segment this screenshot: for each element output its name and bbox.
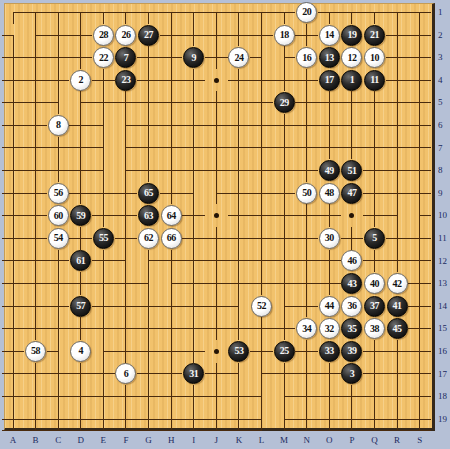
intersection-K9[interactable] <box>295 227 318 250</box>
intersection-R9[interactable] <box>92 250 115 273</box>
row-label-7: 7 <box>438 137 450 160</box>
intersection-M15[interactable] <box>115 408 138 431</box>
intersection-Q13[interactable] <box>160 363 183 386</box>
intersection-C5[interactable] <box>160 114 183 137</box>
intersection-O11[interactable] <box>137 295 160 318</box>
intersection-B5[interactable] <box>137 114 160 137</box>
intersection-B12[interactable] <box>295 295 318 318</box>
intersection-N7[interactable] <box>24 182 47 205</box>
intersection-J5[interactable] <box>318 114 341 137</box>
intersection-L2[interactable] <box>2 46 25 69</box>
intersection-S15[interactable] <box>250 408 273 431</box>
intersection-N3[interactable] <box>295 69 318 92</box>
intersection-D3[interactable] <box>2 69 25 92</box>
intersection-S7[interactable] <box>182 182 205 205</box>
intersection-P9[interactable] <box>24 250 47 273</box>
intersection-B11[interactable] <box>182 272 205 295</box>
intersection-A1[interactable] <box>2 1 25 24</box>
intersection-K13[interactable] <box>2 363 25 386</box>
intersection-N1[interactable] <box>318 1 341 24</box>
intersection-P6[interactable] <box>24 159 47 182</box>
intersection-S10[interactable] <box>137 272 160 295</box>
intersection-Q1[interactable] <box>386 1 409 24</box>
intersection-D9[interactable] <box>69 227 92 250</box>
intersection-J11[interactable] <box>2 295 25 318</box>
intersection-H5[interactable] <box>273 114 296 137</box>
intersection-K4[interactable] <box>318 91 341 114</box>
intersection-I13[interactable] <box>386 340 409 363</box>
intersection-S1[interactable] <box>2 24 25 47</box>
intersection-F3[interactable] <box>47 69 70 92</box>
intersection-R7[interactable] <box>160 182 183 205</box>
intersection-R15[interactable] <box>228 408 251 431</box>
intersection-S4[interactable] <box>92 114 115 137</box>
intersection-K1[interactable] <box>228 1 251 24</box>
intersection-Q14[interactable] <box>205 385 228 408</box>
intersection-N15[interactable] <box>137 408 160 431</box>
intersection-L6[interactable] <box>363 137 386 160</box>
intersection-B1[interactable] <box>24 1 47 24</box>
intersection-N8[interactable] <box>250 204 273 227</box>
intersection-Q4[interactable] <box>24 114 47 137</box>
intersection-A10[interactable] <box>137 250 160 273</box>
intersection-G6[interactable] <box>250 137 273 160</box>
intersection-R13[interactable] <box>205 363 228 386</box>
intersection-L4[interactable] <box>341 91 364 114</box>
intersection-F2[interactable] <box>205 24 228 47</box>
intersection-R5[interactable] <box>69 137 92 160</box>
intersection-N10[interactable] <box>24 272 47 295</box>
intersection-Q11[interactable] <box>182 295 205 318</box>
intersection-K3[interactable] <box>228 69 251 92</box>
intersection-O15[interactable] <box>160 408 183 431</box>
intersection-O6[interactable] <box>2 159 25 182</box>
intersection-S12[interactable] <box>47 340 70 363</box>
intersection-S3[interactable] <box>47 91 70 114</box>
intersection-P13[interactable] <box>137 363 160 386</box>
intersection-O2[interactable] <box>69 46 92 69</box>
intersection-B16[interactable] <box>295 408 318 431</box>
intersection-A4[interactable] <box>69 91 92 114</box>
intersection-L15[interactable] <box>92 408 115 431</box>
intersection-F9[interactable] <box>182 227 205 250</box>
intersection-J8[interactable] <box>92 204 115 227</box>
intersection-Q5[interactable] <box>47 137 70 160</box>
intersection-R8[interactable] <box>363 204 386 227</box>
intersection-C13[interactable] <box>137 340 160 363</box>
stone-black-29-M5: 29 <box>274 92 295 113</box>
intersection-G5[interactable] <box>250 114 273 137</box>
intersection-H1[interactable] <box>160 1 183 24</box>
intersection-C4[interactable] <box>115 91 138 114</box>
intersection-D6[interactable] <box>182 137 205 160</box>
intersection-J3[interactable] <box>182 69 205 92</box>
intersection-R10[interactable] <box>115 272 138 295</box>
intersection-M7[interactable] <box>2 182 25 205</box>
intersection-J12[interactable] <box>137 317 160 340</box>
intersection-C14[interactable] <box>295 363 318 386</box>
intersection-H7[interactable] <box>273 159 296 182</box>
intersection-B7[interactable] <box>137 159 160 182</box>
intersection-B6[interactable] <box>137 137 160 160</box>
intersection-K2[interactable] <box>408 24 431 47</box>
intersection-G4[interactable] <box>205 91 228 114</box>
intersection-I8[interactable] <box>24 204 47 227</box>
intersection-S6[interactable] <box>92 159 115 182</box>
intersection-M14[interactable] <box>115 385 138 408</box>
intersection-E16[interactable] <box>363 408 386 431</box>
intersection-B13[interactable] <box>115 340 138 363</box>
intersection-O7[interactable] <box>69 182 92 205</box>
intersection-F4[interactable] <box>182 91 205 114</box>
intersection-L11[interactable] <box>47 295 70 318</box>
intersection-M8[interactable] <box>228 204 251 227</box>
intersection-O4[interactable] <box>408 91 431 114</box>
intersection-H13[interactable] <box>363 340 386 363</box>
intersection-B3[interactable] <box>386 46 409 69</box>
intersection-A15[interactable] <box>273 385 296 408</box>
intersection-D14[interactable] <box>318 363 341 386</box>
intersection-P15[interactable] <box>182 408 205 431</box>
intersection-N14[interactable] <box>137 385 160 408</box>
intersection-L1[interactable] <box>250 1 273 24</box>
intersection-O14[interactable] <box>160 385 183 408</box>
intersection-F5[interactable] <box>228 114 251 137</box>
intersection-I12[interactable] <box>115 317 138 340</box>
intersection-J2[interactable] <box>386 24 409 47</box>
intersection-C12[interactable] <box>408 295 431 318</box>
intersection-Q15[interactable] <box>205 408 228 431</box>
intersection-G13[interactable] <box>295 340 318 363</box>
intersection-J9[interactable] <box>273 227 296 250</box>
intersection-R3[interactable] <box>24 91 47 114</box>
intersection-P14[interactable] <box>182 385 205 408</box>
intersection-I9[interactable] <box>250 227 273 250</box>
intersection-G16[interactable] <box>408 408 431 431</box>
intersection-J4[interactable] <box>295 91 318 114</box>
intersection-N4[interactable] <box>386 91 409 114</box>
intersection-Q6[interactable] <box>47 159 70 182</box>
intersection-E6[interactable] <box>205 137 228 160</box>
intersection-O13[interactable] <box>92 363 115 386</box>
intersection-G8[interactable] <box>408 182 431 205</box>
intersection-L8[interactable] <box>182 204 205 227</box>
intersection-H14[interactable] <box>2 385 25 408</box>
intersection-C1[interactable] <box>47 1 70 24</box>
intersection-E3[interactable] <box>24 69 47 92</box>
intersection-E11[interactable] <box>250 272 273 295</box>
intersection-M4[interactable] <box>363 91 386 114</box>
intersection-D13[interactable] <box>160 340 183 363</box>
intersection-I11[interactable] <box>408 272 431 295</box>
intersection-B15[interactable] <box>295 385 318 408</box>
intersection-A5[interactable] <box>115 114 138 137</box>
intersection-J6[interactable] <box>318 137 341 160</box>
intersection-F6[interactable] <box>228 137 251 160</box>
intersection-E8[interactable] <box>363 182 386 205</box>
intersection-C10[interactable] <box>182 250 205 273</box>
intersection-H15[interactable] <box>2 408 25 431</box>
intersection-E1[interactable] <box>92 1 115 24</box>
intersection-H6[interactable] <box>273 137 296 160</box>
intersection-D8[interactable] <box>273 182 296 205</box>
intersection-A9[interactable] <box>408 204 431 227</box>
intersection-L9[interactable] <box>341 227 364 250</box>
intersection-E2[interactable] <box>182 24 205 47</box>
intersection-M12[interactable] <box>205 317 228 340</box>
intersection-I3[interactable] <box>160 69 183 92</box>
intersection-E9[interactable] <box>115 227 138 250</box>
intersection-L14[interactable] <box>92 385 115 408</box>
intersection-M5[interactable] <box>386 114 409 137</box>
intersection-J13[interactable] <box>408 340 431 363</box>
intersection-R1[interactable] <box>408 1 431 24</box>
intersection-H9[interactable] <box>228 227 251 250</box>
intersection-H3[interactable] <box>137 69 160 92</box>
intersection-D5[interactable] <box>182 114 205 137</box>
intersection-I5[interactable] <box>295 114 318 137</box>
intersection-L13[interactable] <box>24 363 47 386</box>
intersection-D4[interactable] <box>137 91 160 114</box>
intersection-S2[interactable] <box>250 46 273 69</box>
intersection-B4[interactable] <box>92 91 115 114</box>
intersection-G12[interactable] <box>69 317 92 340</box>
intersection-R6[interactable] <box>69 159 92 182</box>
intersection-L10[interactable] <box>408 250 431 273</box>
intersection-G9[interactable] <box>205 227 228 250</box>
intersection-L12[interactable] <box>182 317 205 340</box>
intersection-I10[interactable] <box>318 250 341 273</box>
intersection-P10[interactable] <box>69 272 92 295</box>
intersection-A3[interactable] <box>273 46 296 69</box>
intersection-K6[interactable] <box>341 137 364 160</box>
intersection-C2[interactable] <box>69 24 92 47</box>
intersection-A6[interactable] <box>115 137 138 160</box>
intersection-N12[interactable] <box>228 317 251 340</box>
col-label-E: E <box>92 433 115 447</box>
intersection-K10[interactable] <box>386 250 409 273</box>
intersection-Q7[interactable] <box>115 182 138 205</box>
intersection-I6[interactable] <box>295 137 318 160</box>
intersection-K15[interactable] <box>69 408 92 431</box>
intersection-C6[interactable] <box>160 137 183 160</box>
intersection-P3[interactable] <box>408 69 431 92</box>
intersection-G15[interactable] <box>408 385 431 408</box>
intersection-E5[interactable] <box>205 114 228 137</box>
intersection-J1[interactable] <box>205 1 228 24</box>
intersection-G10[interactable] <box>273 250 296 273</box>
intersection-F10[interactable] <box>250 250 273 273</box>
intersection-Q8[interactable] <box>318 204 341 227</box>
intersection-B14[interactable] <box>273 363 296 386</box>
intersection-G1[interactable] <box>137 1 160 24</box>
intersection-Q12[interactable] <box>408 317 431 340</box>
intersection-R2[interactable] <box>205 46 228 69</box>
intersection-F16[interactable] <box>386 408 409 431</box>
intersection-H11[interactable] <box>318 272 341 295</box>
intersection-R11[interactable] <box>205 295 228 318</box>
intersection-H2[interactable] <box>250 24 273 47</box>
intersection-A8[interactable] <box>205 182 228 205</box>
intersection-F15[interactable] <box>386 385 409 408</box>
intersection-M11[interactable] <box>92 295 115 318</box>
intersection-F8[interactable] <box>386 182 409 205</box>
intersection-R4[interactable] <box>69 114 92 137</box>
intersection-C3[interactable] <box>408 46 431 69</box>
intersection-L7[interactable] <box>408 159 431 182</box>
intersection-E13[interactable] <box>182 340 205 363</box>
intersection-O8[interactable] <box>273 204 296 227</box>
intersection-J14[interactable] <box>47 385 70 408</box>
intersection-N6[interactable] <box>408 137 431 160</box>
intersection-A7[interactable] <box>115 159 138 182</box>
intersection-E10[interactable] <box>228 250 251 273</box>
intersection-C7[interactable] <box>160 159 183 182</box>
intersection-M3[interactable] <box>273 69 296 92</box>
intersection-E15[interactable] <box>363 385 386 408</box>
intersection-K12[interactable] <box>160 317 183 340</box>
intersection-D15[interactable] <box>341 385 364 408</box>
intersection-K14[interactable] <box>69 385 92 408</box>
intersection-I14[interactable] <box>24 385 47 408</box>
intersection-C11[interactable] <box>205 272 228 295</box>
intersection-C8[interactable] <box>250 182 273 205</box>
intersection-R14[interactable] <box>228 385 251 408</box>
intersection-F7[interactable] <box>228 159 251 182</box>
intersection-E4[interactable] <box>160 91 183 114</box>
intersection-P7[interactable] <box>92 182 115 205</box>
intersection-S14[interactable] <box>250 385 273 408</box>
intersection-Q2[interactable] <box>160 46 183 69</box>
intersection-E14[interactable] <box>363 363 386 386</box>
intersection-F14[interactable] <box>386 363 409 386</box>
intersection-I1[interactable] <box>182 1 205 24</box>
intersection-D11[interactable] <box>228 272 251 295</box>
intersection-H8[interactable] <box>2 204 25 227</box>
intersection-O9[interactable] <box>2 250 25 273</box>
intersection-D10[interactable] <box>205 250 228 273</box>
intersection-O3[interactable] <box>386 69 409 92</box>
intersection-P2[interactable] <box>137 46 160 69</box>
go-board: 1234567891011121314161718192021222324252… <box>4 3 435 431</box>
intersection-F1[interactable] <box>115 1 138 24</box>
intersection-G2[interactable] <box>228 24 251 47</box>
intersection-A16[interactable] <box>273 408 296 431</box>
intersection-O5[interactable] <box>2 137 25 160</box>
intersection-C15[interactable] <box>318 385 341 408</box>
intersection-O1[interactable] <box>341 1 364 24</box>
intersection-N13[interactable] <box>69 363 92 386</box>
intersection-B8[interactable] <box>228 182 251 205</box>
intersection-D7[interactable] <box>182 159 205 182</box>
intersection-G11[interactable] <box>295 272 318 295</box>
intersection-L3[interactable] <box>250 69 273 92</box>
intersection-Q9[interactable] <box>47 250 70 273</box>
intersection-N11[interactable] <box>115 295 138 318</box>
intersection-P4[interactable] <box>2 114 25 137</box>
intersection-I4[interactable] <box>250 91 273 114</box>
intersection-P5[interactable] <box>24 137 47 160</box>
intersection-J7[interactable] <box>363 159 386 182</box>
intersection-S8[interactable] <box>386 204 409 227</box>
intersection-E12[interactable] <box>24 317 47 340</box>
intersection-E7[interactable] <box>205 159 228 182</box>
intersection-P1[interactable] <box>363 1 386 24</box>
intersection-M9[interactable] <box>386 227 409 250</box>
intersection-N2[interactable] <box>47 46 70 69</box>
intersection-S13[interactable] <box>228 363 251 386</box>
intersection-M10[interactable] <box>2 272 25 295</box>
intersection-O12[interactable] <box>250 317 273 340</box>
intersection-K11[interactable] <box>24 295 47 318</box>
intersection-K8[interactable] <box>115 204 138 227</box>
intersection-K5[interactable] <box>341 114 364 137</box>
intersection-F11[interactable] <box>273 272 296 295</box>
intersection-L5[interactable] <box>363 114 386 137</box>
intersection-N5[interactable] <box>408 114 431 137</box>
intersection-D1[interactable] <box>69 1 92 24</box>
intersection-I7[interactable] <box>295 159 318 182</box>
stone-black-51-P8: 51 <box>341 160 362 181</box>
intersection-N9[interactable] <box>408 227 431 250</box>
intersection-I15[interactable] <box>24 408 47 431</box>
intersection-M2[interactable] <box>24 46 47 69</box>
intersection-D16[interactable] <box>341 408 364 431</box>
intersection-G7[interactable] <box>250 159 273 182</box>
intersection-P8[interactable] <box>295 204 318 227</box>
intersection-C9[interactable] <box>24 227 47 250</box>
intersection-B9[interactable] <box>2 227 25 250</box>
intersection-J15[interactable] <box>47 408 70 431</box>
intersection-I2[interactable] <box>295 24 318 47</box>
intersection-S5[interactable] <box>92 137 115 160</box>
intersection-M6[interactable] <box>386 137 409 160</box>
stone-white-38-Q15: 38 <box>364 318 385 339</box>
col-label-C: C <box>47 433 70 447</box>
intersection-F13[interactable] <box>250 340 273 363</box>
intersection-B10[interactable] <box>160 250 183 273</box>
intersection-M13[interactable] <box>47 363 70 386</box>
intersection-G3[interactable] <box>92 69 115 92</box>
intersection-O10[interactable] <box>47 272 70 295</box>
intersection-D2[interactable] <box>160 24 183 47</box>
intersection-M1[interactable] <box>273 1 296 24</box>
intersection-S11[interactable] <box>228 295 251 318</box>
intersection-A13[interactable] <box>92 340 115 363</box>
intersection-A2[interactable] <box>24 24 47 47</box>
intersection-H4[interactable] <box>228 91 251 114</box>
intersection-Q10[interactable] <box>92 272 115 295</box>
intersection-C16[interactable] <box>318 408 341 431</box>
intersection-P11[interactable] <box>160 295 183 318</box>
intersection-Q3[interactable] <box>2 91 25 114</box>
intersection-H12[interactable] <box>92 317 115 340</box>
intersection-A14[interactable] <box>250 363 273 386</box>
intersection-H10[interactable] <box>295 250 318 273</box>
intersection-J10[interactable] <box>363 250 386 273</box>
intersection-S9[interactable] <box>115 250 138 273</box>
intersection-P12[interactable] <box>273 317 296 340</box>
intersection-B2[interactable] <box>47 24 70 47</box>
intersection-G14[interactable] <box>408 363 431 386</box>
intersection-D12[interactable] <box>2 317 25 340</box>
stone-black-25-M16: 25 <box>274 341 295 362</box>
intersection-F12[interactable] <box>47 317 70 340</box>
intersection-K7[interactable] <box>386 159 409 182</box>
intersection-A12[interactable] <box>273 295 296 318</box>
intersection-R12[interactable] <box>2 340 25 363</box>
intersection-A11[interactable] <box>160 272 183 295</box>
